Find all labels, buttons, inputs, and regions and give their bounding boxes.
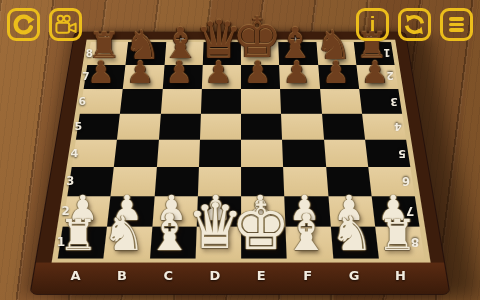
square-d4[interactable] [199, 140, 241, 167]
piece-white-rook-h1[interactable]: ♜ [378, 214, 417, 257]
rotate-board-button[interactable] [7, 8, 40, 41]
menu-button[interactable] [440, 8, 473, 41]
square-e6[interactable] [241, 89, 281, 114]
restart-button[interactable] [398, 8, 431, 41]
toolbar-right: i [356, 8, 473, 41]
piece-black-pawn-g7[interactable]: ♟ [322, 57, 349, 88]
square-d5[interactable] [200, 114, 241, 140]
menu-icon [449, 15, 464, 34]
square-d6[interactable] [201, 89, 241, 114]
square-a5[interactable] [76, 114, 120, 140]
square-h4[interactable] [365, 140, 411, 167]
video-camera-icon [54, 14, 78, 36]
piece-black-pawn-f7[interactable]: ♟ [283, 57, 310, 88]
square-b4[interactable] [114, 140, 158, 167]
square-f5[interactable] [281, 114, 323, 140]
piece-white-rook-a1[interactable]: ♜ [59, 214, 98, 257]
square-f6[interactable] [280, 89, 321, 114]
square-g6[interactable] [320, 89, 362, 114]
chess-app: i ♜♞♝♛♚♝♞♜♟♟♟♟♟♟♟♟♟♟♟♟♟♟♟♟♜♞♝♛♚♝♞♜876543… [0, 0, 480, 300]
square-a4[interactable] [72, 140, 117, 167]
piece-black-pawn-c7[interactable]: ♟ [166, 57, 193, 88]
piece-black-pawn-a7[interactable]: ♟ [87, 57, 114, 88]
square-b6[interactable] [120, 89, 162, 114]
square-a6[interactable] [80, 89, 123, 114]
square-g4[interactable] [324, 140, 368, 167]
toolbar-left [7, 8, 82, 41]
square-c6[interactable] [160, 89, 201, 114]
square-e5[interactable] [241, 114, 282, 140]
square-c5[interactable] [158, 114, 200, 140]
piece-white-bishop-f1[interactable]: ♝ [283, 207, 329, 258]
square-h5[interactable] [362, 114, 406, 140]
piece-black-pawn-h7[interactable]: ♟ [361, 57, 388, 88]
piece-white-king-e1[interactable]: ♚ [231, 194, 290, 260]
piece-black-pawn-b7[interactable]: ♟ [126, 57, 153, 88]
square-f4[interactable] [282, 140, 325, 167]
piece-black-pawn-d7[interactable]: ♟ [205, 57, 232, 88]
square-c4[interactable] [156, 140, 199, 167]
refresh-icon [403, 13, 426, 36]
square-b5[interactable] [117, 114, 160, 140]
piece-white-knight-b1[interactable]: ♞ [103, 210, 146, 258]
info-button[interactable]: i [356, 8, 389, 41]
rotate-arrow-icon [13, 14, 35, 36]
piece-white-knight-g1[interactable]: ♞ [330, 210, 373, 258]
square-h6[interactable] [359, 89, 402, 114]
piece-white-bishop-c1[interactable]: ♝ [147, 207, 193, 258]
record-button[interactable] [49, 8, 82, 41]
info-icon: i [370, 14, 376, 34]
square-g5[interactable] [322, 114, 365, 140]
piece-black-pawn-e7[interactable]: ♟ [244, 57, 271, 88]
square-e4[interactable] [241, 140, 283, 167]
